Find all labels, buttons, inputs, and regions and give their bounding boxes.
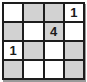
cell-r4c1[interactable] [4, 61, 22, 78]
cell-r2c1[interactable] [4, 23, 22, 40]
cell-r4c2[interactable] [24, 61, 42, 78]
cell-r1c4[interactable]: 1 [65, 4, 83, 21]
cell-r1c2[interactable] [24, 4, 42, 21]
cell-r3c2[interactable] [24, 42, 42, 59]
cell-r2c4[interactable] [65, 23, 83, 40]
cell-r4c4[interactable] [65, 61, 83, 78]
cell-r2c3[interactable]: 4 [45, 23, 63, 40]
cell-r2c2[interactable] [24, 23, 42, 40]
cell-r4c3[interactable] [45, 61, 63, 78]
cell-r1c1[interactable] [4, 4, 22, 21]
cell-r3c1[interactable]: 1 [4, 42, 22, 59]
cell-r3c4[interactable] [65, 42, 83, 59]
cell-r1c3[interactable] [45, 4, 63, 21]
cell-r3c3[interactable] [45, 42, 63, 59]
puzzle-board: 141 [2, 2, 85, 80]
